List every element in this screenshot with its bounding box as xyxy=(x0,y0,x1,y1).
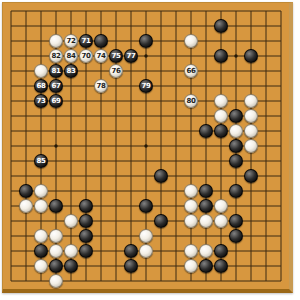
stone-white xyxy=(199,214,213,228)
stone-black xyxy=(214,244,228,258)
move-number-label: 80 xyxy=(187,98,196,105)
stone-black xyxy=(229,229,243,243)
stone-white xyxy=(184,34,198,48)
move-number-label: 73 xyxy=(37,98,46,105)
go-board: 6667686970717273747576777879808182838485 xyxy=(2,2,293,293)
stone-white xyxy=(244,109,258,123)
stone-white xyxy=(34,184,48,198)
stone-black xyxy=(229,139,243,153)
stone-white-78: 78 xyxy=(94,79,108,93)
stone-white xyxy=(49,229,63,243)
stone-white-70: 70 xyxy=(79,49,93,63)
stone-white xyxy=(214,94,228,108)
stone-black xyxy=(229,214,243,228)
move-number-label: 77 xyxy=(127,53,136,60)
stone-black-68: 68 xyxy=(34,79,48,93)
move-number-label: 83 xyxy=(67,68,76,75)
stone-white xyxy=(184,199,198,213)
stone-black xyxy=(139,34,153,48)
stone-white xyxy=(34,199,48,213)
stone-black xyxy=(49,199,63,213)
stone-white xyxy=(184,214,198,228)
stone-white xyxy=(34,259,48,273)
stone-white xyxy=(214,109,228,123)
go-diagram-page: 6667686970717273747576777879808182838485 xyxy=(0,0,300,300)
stone-white-74: 74 xyxy=(94,49,108,63)
stone-black-79: 79 xyxy=(139,79,153,93)
move-number-label: 66 xyxy=(187,68,196,75)
move-number-label: 72 xyxy=(67,38,76,45)
move-number-label: 69 xyxy=(52,98,61,105)
stone-black xyxy=(49,259,63,273)
stone-white xyxy=(139,244,153,258)
stone-black-85: 85 xyxy=(34,154,48,168)
stone-white xyxy=(184,244,198,258)
stone-black-67: 67 xyxy=(49,79,63,93)
stone-black xyxy=(34,244,48,258)
stone-white-82: 82 xyxy=(49,49,63,63)
stone-white xyxy=(229,124,243,138)
stone-black xyxy=(154,169,168,183)
stone-black xyxy=(199,184,213,198)
stone-white xyxy=(139,229,153,243)
stone-white xyxy=(49,274,63,288)
stone-white xyxy=(34,229,48,243)
stone-white-80: 80 xyxy=(184,94,198,108)
move-number-label: 84 xyxy=(67,53,76,60)
stone-white-72: 72 xyxy=(64,34,78,48)
move-number-label: 70 xyxy=(82,53,91,60)
stone-black xyxy=(214,124,228,138)
stone-black xyxy=(244,49,258,63)
stone-white xyxy=(184,184,198,198)
move-number-label: 68 xyxy=(37,83,46,90)
stone-black xyxy=(154,214,168,228)
stone-black xyxy=(199,199,213,213)
stone-black-81: 81 xyxy=(49,64,63,78)
stone-black xyxy=(199,124,213,138)
move-number-label: 81 xyxy=(52,68,61,75)
stone-black xyxy=(124,244,138,258)
stone-black xyxy=(94,34,108,48)
stone-white-66: 66 xyxy=(184,64,198,78)
stone-black xyxy=(124,259,138,273)
move-number-label: 85 xyxy=(37,158,46,165)
stone-black xyxy=(199,259,213,273)
stone-white xyxy=(214,199,228,213)
stone-white xyxy=(49,34,63,48)
move-number-label: 82 xyxy=(52,53,61,60)
move-number-label: 71 xyxy=(82,38,91,45)
stone-white xyxy=(19,199,33,213)
stone-grid: 6667686970717273747576777879808182838485 xyxy=(4,4,289,289)
move-number-label: 78 xyxy=(97,83,106,90)
stone-black xyxy=(214,49,228,63)
move-number-label: 79 xyxy=(142,83,151,90)
stone-black xyxy=(229,184,243,198)
stone-white xyxy=(64,214,78,228)
stone-black-77: 77 xyxy=(124,49,138,63)
stone-white-84: 84 xyxy=(64,49,78,63)
stone-black xyxy=(139,199,153,213)
stone-black xyxy=(19,184,33,198)
stone-black xyxy=(214,19,228,33)
stone-white xyxy=(49,244,63,258)
stone-white xyxy=(64,244,78,258)
stone-black-69: 69 xyxy=(49,94,63,108)
stone-black xyxy=(64,259,78,273)
stone-white xyxy=(214,214,228,228)
move-number-label: 74 xyxy=(97,53,106,60)
stone-black xyxy=(79,199,93,213)
stone-black-83: 83 xyxy=(64,64,78,78)
stone-black xyxy=(229,109,243,123)
move-number-label: 67 xyxy=(52,83,61,90)
move-number-label: 75 xyxy=(112,53,121,60)
stone-black-75: 75 xyxy=(109,49,123,63)
stone-black xyxy=(79,244,93,258)
stone-white xyxy=(244,139,258,153)
stone-black xyxy=(214,259,228,273)
stone-white xyxy=(244,94,258,108)
stone-black xyxy=(79,214,93,228)
stone-black xyxy=(79,229,93,243)
stone-white xyxy=(199,244,213,258)
stone-white-76: 76 xyxy=(109,64,123,78)
stone-black xyxy=(229,154,243,168)
stone-black-71: 71 xyxy=(79,34,93,48)
stone-black xyxy=(244,169,258,183)
stone-black-73: 73 xyxy=(34,94,48,108)
stone-white xyxy=(34,64,48,78)
stone-white xyxy=(184,259,198,273)
stone-white xyxy=(244,124,258,138)
move-number-label: 76 xyxy=(112,68,121,75)
